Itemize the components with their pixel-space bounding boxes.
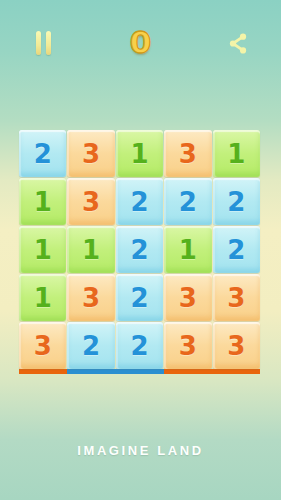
tile-number: 3 [34,331,52,361]
baseline-segment-col4 [164,369,212,374]
brand-text: IMAGINE LAND [0,443,281,458]
tile-r1c5[interactable]: 1 [213,130,260,177]
share-button[interactable] [227,31,249,56]
tile-r2c3[interactable]: 2 [116,178,163,225]
tile-r5c5[interactable]: 3 [213,322,260,369]
tile-number: 2 [227,235,245,265]
tile-number: 2 [179,187,197,217]
baseline-segment-col1 [19,369,67,374]
tile-r4c1[interactable]: 1 [19,274,66,321]
tile-r4c4[interactable]: 3 [164,274,211,321]
tile-r4c2[interactable]: 3 [67,274,114,321]
tile-number: 3 [82,139,100,169]
tile-r5c3[interactable]: 2 [116,322,163,369]
tile-r2c4[interactable]: 2 [164,178,211,225]
game-screen: 0 2313113222112121323332233 IMAGINE LAND [0,0,281,500]
tile-r2c2[interactable]: 3 [67,178,114,225]
puzzle-board: 2313113222112121323332233 [19,130,260,374]
board-baseline [19,369,260,374]
tile-r2c1[interactable]: 1 [19,178,66,225]
tile-r3c4[interactable]: 1 [164,226,211,273]
tile-r3c3[interactable]: 2 [116,226,163,273]
tile-number: 2 [130,283,148,313]
board-grid: 2313113222112121323332233 [19,130,260,369]
baseline-segment-col2 [67,369,115,374]
tile-r5c1[interactable]: 3 [19,322,66,369]
tile-r1c1[interactable]: 2 [19,130,66,177]
tile-number: 3 [179,283,197,313]
baseline-segment-col3 [115,369,163,374]
tile-r1c2[interactable]: 3 [67,130,114,177]
baseline-segment-col5 [212,369,260,374]
tile-r2c5[interactable]: 2 [213,178,260,225]
tile-number: 1 [34,283,52,313]
tile-r5c2[interactable]: 2 [67,322,114,369]
tile-number: 1 [34,235,52,265]
tile-number: 2 [34,139,52,169]
tile-r4c3[interactable]: 2 [116,274,163,321]
tile-number: 3 [227,331,245,361]
tile-r1c4[interactable]: 3 [164,130,211,177]
tile-r1c3[interactable]: 1 [116,130,163,177]
tile-r5c4[interactable]: 3 [164,322,211,369]
tile-number: 3 [179,139,197,169]
tile-r3c5[interactable]: 2 [213,226,260,273]
tile-r4c5[interactable]: 3 [213,274,260,321]
tile-number: 3 [179,331,197,361]
tile-r3c2[interactable]: 1 [67,226,114,273]
tile-number: 2 [130,187,148,217]
tile-number: 1 [82,235,100,265]
tile-number: 1 [130,139,148,169]
tile-number: 1 [34,187,52,217]
tile-r3c1[interactable]: 1 [19,226,66,273]
tile-number: 1 [179,235,197,265]
share-icon [227,31,249,56]
tile-number: 2 [130,331,148,361]
tile-number: 2 [130,235,148,265]
tile-number: 1 [227,139,245,169]
tile-number: 3 [82,283,100,313]
tile-number: 3 [82,187,100,217]
tile-number: 2 [82,331,100,361]
tile-number: 2 [227,187,245,217]
tile-number: 3 [227,283,245,313]
